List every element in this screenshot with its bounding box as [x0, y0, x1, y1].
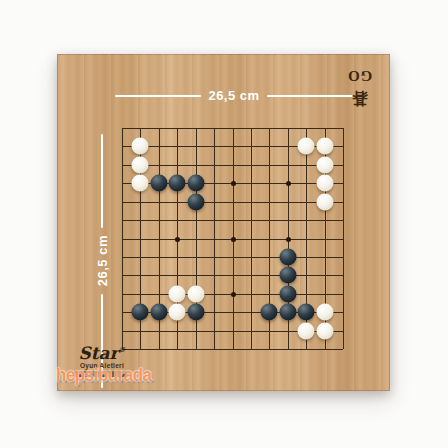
- top-dimension-annotation: 26,5 cm: [115, 88, 353, 103]
- grid-line-vertical: [251, 128, 252, 349]
- white-stone: [316, 175, 333, 192]
- black-stone: [261, 304, 278, 321]
- black-stone: [187, 175, 204, 192]
- left-dimension-label: 26,5 cm: [95, 235, 110, 286]
- star-point: [175, 237, 180, 242]
- dimension-line: [115, 95, 201, 97]
- black-stone: [298, 304, 315, 321]
- grid-line-horizontal: [122, 275, 343, 276]
- top-dimension-label: 26,5 cm: [208, 88, 259, 103]
- hepsiburada-watermark: hepsiburada: [56, 366, 152, 387]
- star-point: [286, 181, 291, 186]
- white-stone: [132, 138, 149, 155]
- registered-mark: ®: [119, 345, 126, 354]
- white-stone: [316, 193, 333, 210]
- white-stone: [316, 156, 333, 173]
- black-stone: [279, 285, 296, 302]
- grid-line-horizontal: [122, 257, 343, 258]
- white-stone: [316, 138, 333, 155]
- brand-name: Star®: [70, 342, 134, 361]
- go-board: 26,5 cm 26,5 cm GO 碁 Star® Oyun Aletleri: [57, 54, 390, 391]
- star-point: [286, 237, 291, 242]
- black-stone: [279, 267, 296, 284]
- grid-line-horizontal: [122, 349, 343, 350]
- product-photo: 26,5 cm 26,5 cm GO 碁 Star® Oyun Aletleri…: [0, 0, 448, 448]
- black-stone: [132, 304, 149, 321]
- grid-line-vertical: [343, 128, 344, 349]
- black-stone: [279, 304, 296, 321]
- board-grid: [122, 128, 343, 349]
- go-logo: GO 碁: [343, 67, 377, 108]
- black-stone: [150, 175, 167, 192]
- white-stone: [132, 175, 149, 192]
- white-stone: [298, 322, 315, 339]
- black-stone: [150, 304, 167, 321]
- star-point: [231, 237, 236, 242]
- black-stone: [279, 248, 296, 265]
- black-stone: [187, 193, 204, 210]
- white-stone: [298, 138, 315, 155]
- white-stone: [316, 322, 333, 339]
- black-stone: [187, 304, 204, 321]
- dimension-line: [267, 95, 353, 97]
- white-stone: [169, 304, 186, 321]
- star-point: [231, 292, 236, 297]
- go-logo-text: GO: [347, 67, 372, 84]
- go-kanji-icon: 碁: [352, 87, 368, 108]
- white-stone: [187, 285, 204, 302]
- white-stone: [132, 156, 149, 173]
- white-stone: [316, 304, 333, 321]
- white-stone: [169, 285, 186, 302]
- star-point: [231, 181, 236, 186]
- black-stone: [169, 175, 186, 192]
- dimension-line: [101, 134, 103, 228]
